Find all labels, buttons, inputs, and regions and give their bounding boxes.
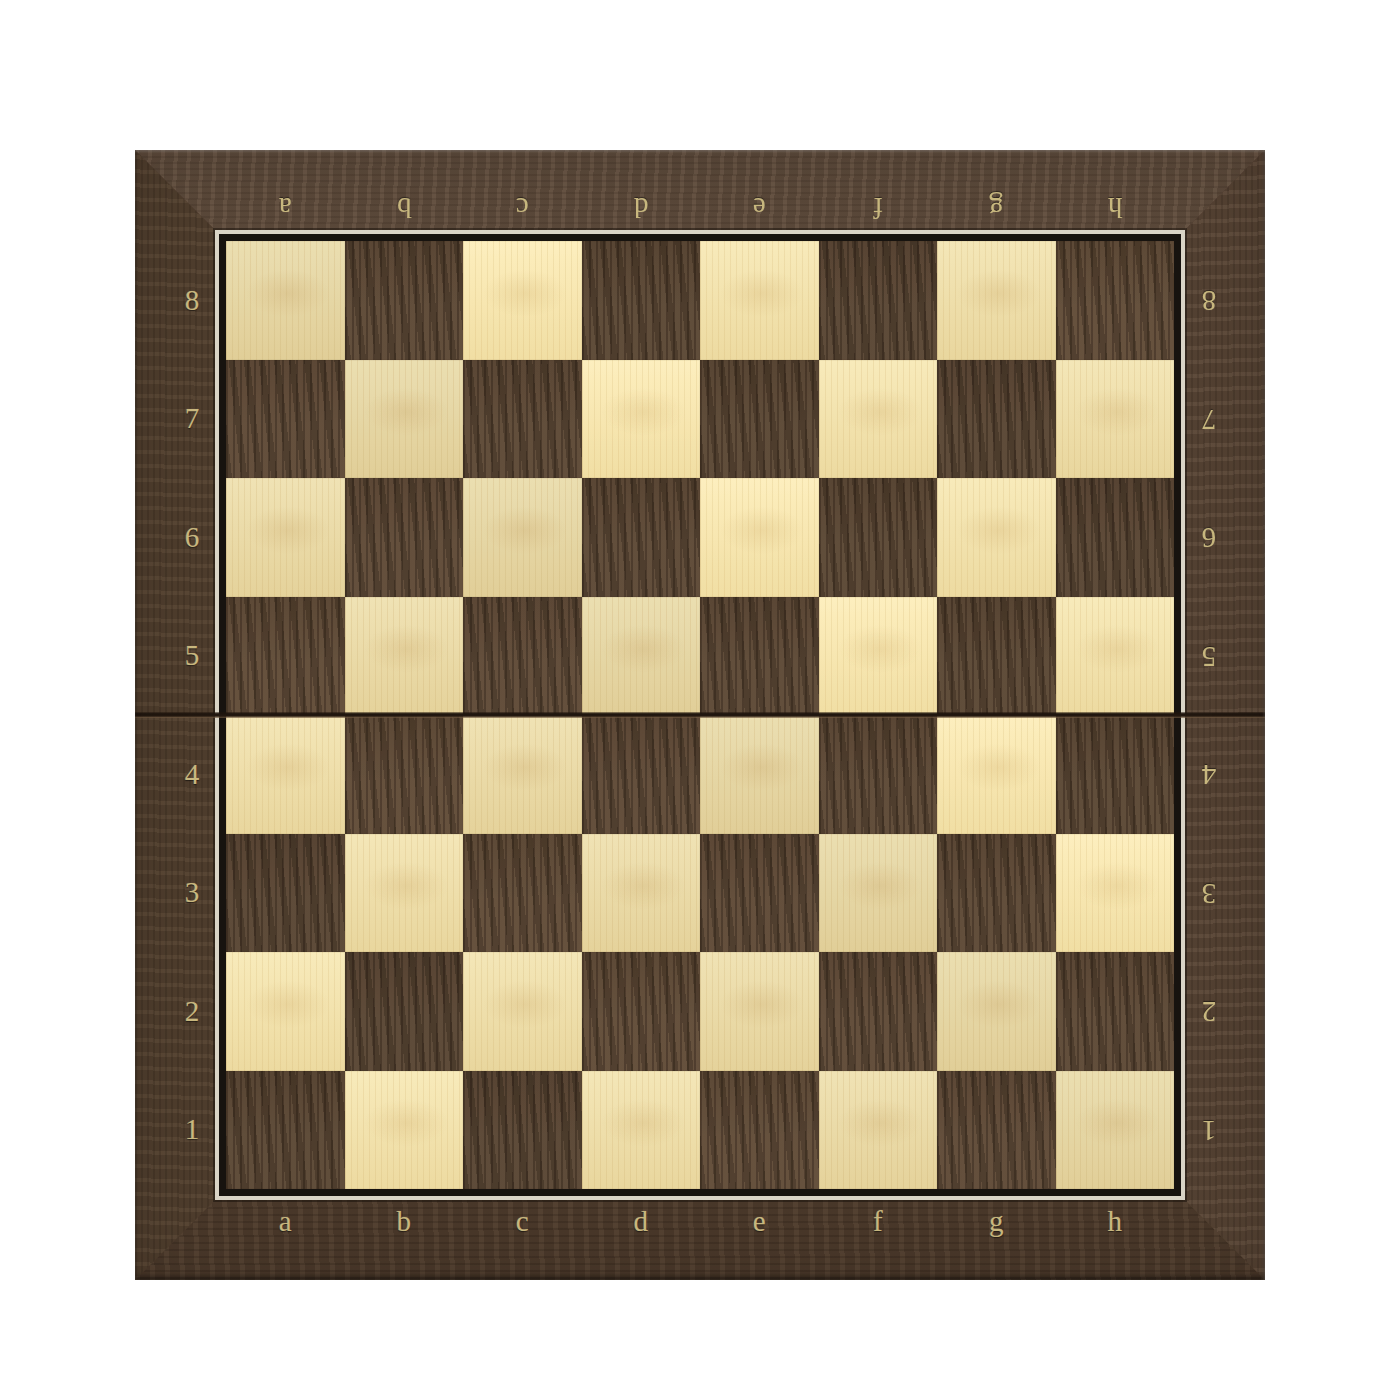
square-b7[interactable] [345,360,464,479]
file-label-bottom-b: b [345,1200,464,1242]
square-h8[interactable] [1056,241,1175,360]
square-e1[interactable] [700,1071,819,1190]
square-e7[interactable] [700,360,819,479]
square-b6[interactable] [345,478,464,597]
square-g6[interactable] [937,478,1056,597]
file-label-top-a: a [226,186,345,230]
rank-label-right-5: 5 [1185,597,1233,716]
square-a3[interactable] [226,834,345,953]
square-f6[interactable] [819,478,938,597]
square-f7[interactable] [819,360,938,479]
square-b3[interactable] [345,834,464,953]
square-g2[interactable] [937,952,1056,1071]
square-c5[interactable] [463,597,582,716]
square-a4[interactable] [226,715,345,834]
square-b4[interactable] [345,715,464,834]
square-f2[interactable] [819,952,938,1071]
square-e2[interactable] [700,952,819,1071]
square-d7[interactable] [582,360,701,479]
file-label-bottom-g: g [937,1200,1056,1242]
square-c7[interactable] [463,360,582,479]
square-h2[interactable] [1056,952,1175,1071]
file-label-bottom-d: d [582,1200,701,1242]
square-a7[interactable] [226,360,345,479]
square-h5[interactable] [1056,597,1175,716]
rank-label-left-8: 8 [169,241,215,360]
square-d6[interactable] [582,478,701,597]
file-label-top-e: e [700,186,819,230]
square-d4[interactable] [582,715,701,834]
chessboard: abcdefgh abcdefgh 87654321 87654321 [135,150,1265,1280]
square-g7[interactable] [937,360,1056,479]
square-d5[interactable] [582,597,701,716]
square-f3[interactable] [819,834,938,953]
square-c1[interactable] [463,1071,582,1190]
file-label-bottom-f: f [819,1200,938,1242]
square-b2[interactable] [345,952,464,1071]
rank-label-left-7: 7 [169,360,215,479]
square-g3[interactable] [937,834,1056,953]
square-b8[interactable] [345,241,464,360]
square-g1[interactable] [937,1071,1056,1190]
photo-background: abcdefgh abcdefgh 87654321 87654321 [0,0,1400,1400]
rank-label-right-6: 6 [1185,478,1233,597]
file-label-top-c: c [463,186,582,230]
square-c3[interactable] [463,834,582,953]
file-labels-bottom: abcdefgh [226,1200,1174,1280]
rank-label-right-2: 2 [1185,952,1233,1071]
file-label-top-d: d [582,186,701,230]
rank-label-left-3: 3 [169,834,215,953]
rank-label-right-8: 8 [1185,241,1233,360]
file-label-top-g: g [937,186,1056,230]
square-a1[interactable] [226,1071,345,1190]
square-b5[interactable] [345,597,464,716]
square-h4[interactable] [1056,715,1175,834]
square-e8[interactable] [700,241,819,360]
rank-label-left-5: 5 [169,597,215,716]
file-label-bottom-h: h [1056,1200,1175,1242]
square-g8[interactable] [937,241,1056,360]
square-a2[interactable] [226,952,345,1071]
file-label-top-f: f [819,186,938,230]
square-d1[interactable] [582,1071,701,1190]
file-label-top-b: b [345,186,464,230]
square-f8[interactable] [819,241,938,360]
rank-label-left-6: 6 [169,478,215,597]
rank-label-left-1: 1 [169,1071,215,1190]
file-label-top-h: h [1056,186,1175,230]
file-label-bottom-c: c [463,1200,582,1242]
square-g5[interactable] [937,597,1056,716]
square-e3[interactable] [700,834,819,953]
fold-seam-hinge [135,712,1265,718]
rank-label-right-4: 4 [1185,715,1233,834]
square-f1[interactable] [819,1071,938,1190]
file-label-bottom-a: a [226,1200,345,1242]
square-h1[interactable] [1056,1071,1175,1190]
square-b1[interactable] [345,1071,464,1190]
rank-label-left-4: 4 [169,715,215,834]
rank-label-left-2: 2 [169,952,215,1071]
square-g4[interactable] [937,715,1056,834]
square-h3[interactable] [1056,834,1175,953]
square-e6[interactable] [700,478,819,597]
square-c8[interactable] [463,241,582,360]
square-c6[interactable] [463,478,582,597]
square-d2[interactable] [582,952,701,1071]
square-a8[interactable] [226,241,345,360]
rank-label-right-1: 1 [1185,1071,1233,1190]
rank-label-right-3: 3 [1185,834,1233,953]
square-a5[interactable] [226,597,345,716]
square-f5[interactable] [819,597,938,716]
file-labels-top: abcdefgh [226,150,1174,230]
square-d3[interactable] [582,834,701,953]
file-label-bottom-e: e [700,1200,819,1242]
square-c4[interactable] [463,715,582,834]
square-h7[interactable] [1056,360,1175,479]
rank-label-right-7: 7 [1185,360,1233,479]
square-d8[interactable] [582,241,701,360]
square-f4[interactable] [819,715,938,834]
square-e4[interactable] [700,715,819,834]
square-h6[interactable] [1056,478,1175,597]
square-c2[interactable] [463,952,582,1071]
square-a6[interactable] [226,478,345,597]
square-e5[interactable] [700,597,819,716]
